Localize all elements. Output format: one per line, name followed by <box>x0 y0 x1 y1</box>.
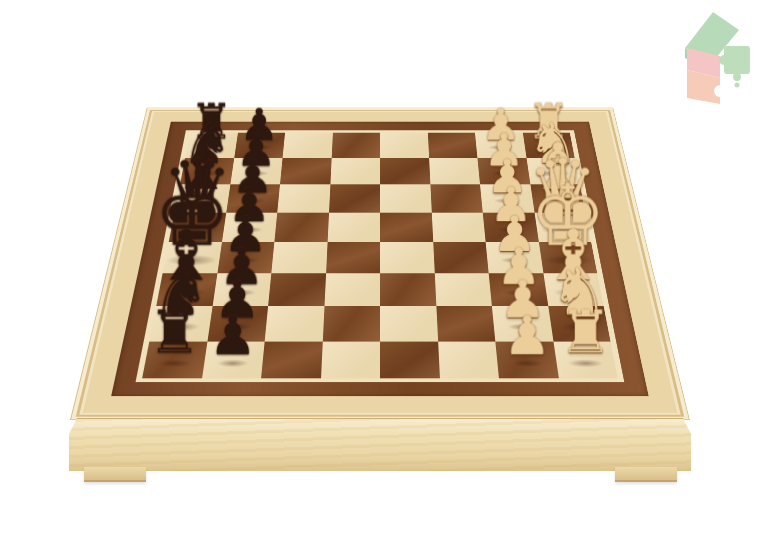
board-square[interactable] <box>327 212 380 242</box>
brand-logo <box>676 6 752 106</box>
board-square[interactable] <box>380 133 429 158</box>
frame-foot-left <box>84 467 146 482</box>
logo-puzzle-tab-icon <box>719 55 729 65</box>
board-square[interactable] <box>330 158 380 185</box>
board-square[interactable] <box>380 184 431 212</box>
board-square[interactable] <box>329 184 380 212</box>
board-square[interactable] <box>380 212 433 242</box>
board-square[interactable] <box>380 158 430 185</box>
board-square[interactable] <box>326 242 380 273</box>
frame-front-face <box>69 418 691 471</box>
chess-piece-white-rook[interactable]: ♜ <box>538 305 634 364</box>
logo-puzzle-dot-icon <box>735 83 740 88</box>
black-pawn-glyph: ♟ <box>185 311 281 360</box>
photo-stage: ♜♟♟♜♞♟♟♞♝♟♟♝♛♟♟♛♚♟♟♚♝♟♟♝♞♟♟♞♜♟♟♜ <box>0 0 760 543</box>
white-rook-glyph: ♜ <box>538 305 634 360</box>
frame-foot-right <box>615 467 677 482</box>
board-square[interactable] <box>331 133 380 158</box>
board-square[interactable] <box>380 242 434 273</box>
board-square[interactable] <box>324 273 380 306</box>
chess-board: ♜♟♟♜♞♟♟♞♝♟♟♝♛♟♟♛♚♟♟♚♝♟♟♝♞♟♟♞♜♟♟♜ <box>70 108 690 420</box>
board-square[interactable] <box>380 273 436 306</box>
board-square[interactable] <box>380 306 438 341</box>
logo-socket-icon <box>714 85 726 97</box>
logo-puzzle-knob-icon <box>733 73 741 81</box>
chess-piece-black-pawn[interactable]: ♟ <box>185 311 281 365</box>
board-square[interactable] <box>322 306 380 341</box>
